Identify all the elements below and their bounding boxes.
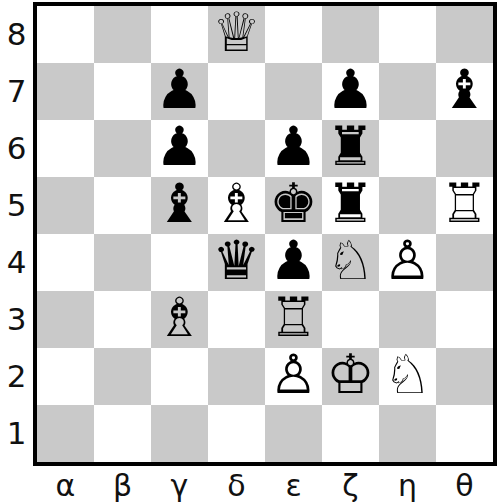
square-h3[interactable] [436, 291, 493, 348]
square-g8[interactable] [379, 6, 436, 63]
file-label-c: γ [151, 466, 208, 502]
rank-label-4: 4 [0, 234, 33, 291]
square-c1[interactable] [151, 405, 208, 462]
rank-label-1: 1 [0, 405, 33, 462]
chess-board: ♕♟♟♝♟♟♜♝♗♚♜♖♛♟♘♙♗♖♙♔♘ [33, 2, 497, 466]
square-b5[interactable] [94, 177, 151, 234]
square-d5[interactable]: ♗ [208, 177, 265, 234]
square-f6[interactable]: ♜ [322, 120, 379, 177]
file-label-e: ε [265, 466, 322, 502]
square-f4[interactable]: ♘ [322, 234, 379, 291]
black-queen[interactable]: ♛ [212, 232, 260, 289]
square-b6[interactable] [94, 120, 151, 177]
black-king[interactable]: ♚ [269, 175, 317, 232]
square-d6[interactable] [208, 120, 265, 177]
rank-label-3: 3 [0, 291, 33, 348]
square-h4[interactable] [436, 234, 493, 291]
square-e1[interactable] [265, 405, 322, 462]
square-d4[interactable]: ♛ [208, 234, 265, 291]
square-e2[interactable]: ♙ [265, 348, 322, 405]
square-b4[interactable] [94, 234, 151, 291]
square-c7[interactable]: ♟ [151, 63, 208, 120]
square-b2[interactable] [94, 348, 151, 405]
square-a3[interactable] [37, 291, 94, 348]
square-e5[interactable]: ♚ [265, 177, 322, 234]
black-rook[interactable]: ♜ [326, 118, 374, 175]
rank-label-5: 5 [0, 177, 33, 234]
file-label-b: β [94, 466, 151, 502]
square-b1[interactable] [94, 405, 151, 462]
white-king[interactable]: ♔ [326, 346, 374, 403]
square-d1[interactable] [208, 405, 265, 462]
square-h6[interactable] [436, 120, 493, 177]
square-g1[interactable] [379, 405, 436, 462]
white-rook[interactable]: ♖ [440, 175, 488, 232]
rank-label-2: 2 [0, 348, 33, 405]
square-c5[interactable]: ♝ [151, 177, 208, 234]
white-rook[interactable]: ♖ [269, 289, 317, 346]
square-h7[interactable]: ♝ [436, 63, 493, 120]
square-g7[interactable] [379, 63, 436, 120]
black-pawn[interactable]: ♟ [326, 61, 374, 118]
black-pawn[interactable]: ♟ [155, 118, 203, 175]
file-label-h: θ [436, 466, 493, 502]
square-g3[interactable] [379, 291, 436, 348]
file-label-g: η [379, 466, 436, 502]
square-h2[interactable] [436, 348, 493, 405]
square-f1[interactable] [322, 405, 379, 462]
black-rook[interactable]: ♜ [326, 175, 374, 232]
square-a7[interactable] [37, 63, 94, 120]
square-a4[interactable] [37, 234, 94, 291]
black-bishop[interactable]: ♝ [155, 175, 203, 232]
square-e6[interactable]: ♟ [265, 120, 322, 177]
square-h1[interactable] [436, 405, 493, 462]
file-labels: αβγδεζηθ [33, 466, 497, 502]
file-label-a: α [37, 466, 94, 502]
square-g6[interactable] [379, 120, 436, 177]
square-g5[interactable] [379, 177, 436, 234]
square-d3[interactable] [208, 291, 265, 348]
square-d8[interactable]: ♕ [208, 6, 265, 63]
square-a6[interactable] [37, 120, 94, 177]
square-a8[interactable] [37, 6, 94, 63]
square-e7[interactable] [265, 63, 322, 120]
square-c3[interactable]: ♗ [151, 291, 208, 348]
square-c2[interactable] [151, 348, 208, 405]
black-pawn[interactable]: ♟ [155, 61, 203, 118]
board-grid: ♕♟♟♝♟♟♜♝♗♚♜♖♛♟♘♙♗♖♙♔♘ [37, 6, 493, 462]
square-g4[interactable]: ♙ [379, 234, 436, 291]
square-c6[interactable]: ♟ [151, 120, 208, 177]
file-label-f: ζ [322, 466, 379, 502]
square-b7[interactable] [94, 63, 151, 120]
square-f5[interactable]: ♜ [322, 177, 379, 234]
white-knight[interactable]: ♘ [326, 232, 374, 289]
square-f8[interactable] [322, 6, 379, 63]
black-bishop[interactable]: ♝ [440, 61, 488, 118]
white-knight[interactable]: ♘ [383, 346, 431, 403]
square-h5[interactable]: ♖ [436, 177, 493, 234]
square-e4[interactable]: ♟ [265, 234, 322, 291]
square-c4[interactable] [151, 234, 208, 291]
square-d2[interactable] [208, 348, 265, 405]
square-e3[interactable]: ♖ [265, 291, 322, 348]
white-bishop[interactable]: ♗ [155, 289, 203, 346]
white-bishop[interactable]: ♗ [212, 175, 260, 232]
black-pawn[interactable]: ♟ [269, 118, 317, 175]
rank-labels: 87654321 [0, 2, 33, 466]
square-c8[interactable] [151, 6, 208, 63]
square-e8[interactable] [265, 6, 322, 63]
square-f7[interactable]: ♟ [322, 63, 379, 120]
white-pawn[interactable]: ♙ [383, 232, 431, 289]
square-a2[interactable] [37, 348, 94, 405]
file-label-d: δ [208, 466, 265, 502]
square-b8[interactable] [94, 6, 151, 63]
white-queen[interactable]: ♕ [212, 4, 260, 61]
square-h8[interactable] [436, 6, 493, 63]
rank-label-7: 7 [0, 63, 33, 120]
rank-label-8: 8 [0, 6, 33, 63]
rank-label-6: 6 [0, 120, 33, 177]
white-pawn[interactable]: ♙ [269, 346, 317, 403]
chess-diagram: 87654321 ♕♟♟♝♟♟♜♝♗♚♜♖♛♟♘♙♗♖♙♔♘ αβγδεζηθ [0, 0, 499, 502]
square-a5[interactable] [37, 177, 94, 234]
square-b3[interactable] [94, 291, 151, 348]
square-f3[interactable] [322, 291, 379, 348]
square-g2[interactable]: ♘ [379, 348, 436, 405]
square-f2[interactable]: ♔ [322, 348, 379, 405]
black-pawn[interactable]: ♟ [269, 232, 317, 289]
square-d7[interactable] [208, 63, 265, 120]
square-a1[interactable] [37, 405, 94, 462]
